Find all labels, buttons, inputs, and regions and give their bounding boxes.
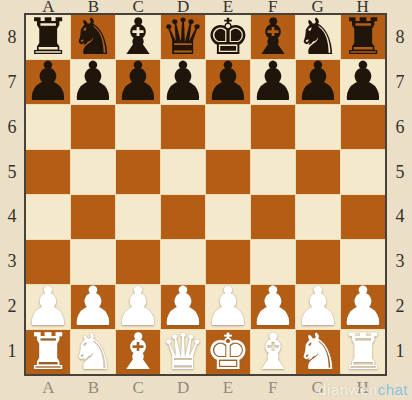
file-label-bottom-d: D: [161, 378, 206, 398]
rank-label-right-2: 2: [388, 284, 412, 329]
square-c5[interactable]: [116, 150, 160, 194]
square-d4[interactable]: [161, 195, 205, 239]
rank-label-left-3: 3: [0, 239, 24, 284]
square-g7[interactable]: ♟: [296, 60, 340, 104]
square-e7[interactable]: ♟: [206, 60, 250, 104]
square-b1[interactable]: ♞: [71, 330, 115, 374]
square-f4[interactable]: [251, 195, 295, 239]
square-f5[interactable]: [251, 150, 295, 194]
square-f7[interactable]: ♟: [251, 60, 295, 104]
square-h5[interactable]: [341, 150, 385, 194]
piece-black-pawn[interactable]: ♟: [69, 55, 117, 109]
square-c6[interactable]: [116, 105, 160, 149]
file-labels-bottom: A B C D E F G H: [26, 378, 385, 398]
file-label-bottom-f: F: [250, 378, 295, 398]
square-a1[interactable]: ♜: [26, 330, 70, 374]
rank-label-left-7: 7: [0, 60, 24, 105]
piece-black-pawn[interactable]: ♟: [294, 55, 342, 109]
rank-label-right-8: 8: [388, 15, 412, 60]
rank-label-right-4: 4: [388, 195, 412, 240]
square-d1[interactable]: ♛: [161, 330, 205, 374]
square-d7[interactable]: ♟: [161, 60, 205, 104]
rank-labels-right: 8 7 6 5 4 3 2 1: [388, 15, 412, 374]
square-h1[interactable]: ♜: [341, 330, 385, 374]
piece-white-knight[interactable]: ♞: [296, 327, 341, 377]
rank-label-right-1: 1: [388, 329, 412, 374]
rank-label-right-6: 6: [388, 105, 412, 150]
rank-label-right-5: 5: [388, 150, 412, 195]
rank-label-left-1: 1: [0, 329, 24, 374]
rank-label-left-4: 4: [0, 195, 24, 240]
piece-black-pawn[interactable]: ♟: [249, 55, 297, 109]
square-b4[interactable]: [71, 195, 115, 239]
square-e1[interactable]: ♚: [206, 330, 250, 374]
piece-black-pawn[interactable]: ♟: [204, 55, 252, 109]
square-a4[interactable]: [26, 195, 70, 239]
piece-white-rook[interactable]: ♜: [26, 327, 71, 377]
piece-black-pawn[interactable]: ♟: [159, 55, 207, 109]
square-f1[interactable]: ♝: [251, 330, 295, 374]
square-d6[interactable]: [161, 105, 205, 149]
square-f6[interactable]: [251, 105, 295, 149]
square-h4[interactable]: [341, 195, 385, 239]
square-a7[interactable]: ♟: [26, 60, 70, 104]
rank-label-left-8: 8: [0, 15, 24, 60]
piece-black-pawn[interactable]: ♟: [24, 55, 72, 109]
square-h6[interactable]: [341, 105, 385, 149]
rank-label-right-3: 3: [388, 239, 412, 284]
piece-white-bishop[interactable]: ♝: [116, 327, 161, 377]
square-g4[interactable]: [296, 195, 340, 239]
piece-white-bishop[interactable]: ♝: [251, 327, 296, 377]
square-a5[interactable]: [26, 150, 70, 194]
square-a6[interactable]: [26, 105, 70, 149]
rank-labels-left: 8 7 6 5 4 3 2 1: [0, 15, 24, 374]
square-b6[interactable]: [71, 105, 115, 149]
file-label-bottom-e: E: [206, 378, 251, 398]
board: ♜♞♝♛♚♝♞♜♟♟♟♟♟♟♟♟♟♟♟♟♟♟♟♟♜♞♝♛♚♝♞♜: [24, 13, 387, 376]
square-g5[interactable]: [296, 150, 340, 194]
square-h7[interactable]: ♟: [341, 60, 385, 104]
piece-white-knight[interactable]: ♞: [71, 327, 116, 377]
chessboard-diagram: A B C D E F G H 8 7 6 5 4 3 2 1 ♜♞♝♛♚♝♞♜…: [0, 0, 412, 400]
square-e4[interactable]: [206, 195, 250, 239]
square-d5[interactable]: [161, 150, 205, 194]
piece-black-pawn[interactable]: ♟: [339, 55, 387, 109]
rank-label-left-2: 2: [0, 284, 24, 329]
square-b7[interactable]: ♟: [71, 60, 115, 104]
square-e6[interactable]: [206, 105, 250, 149]
file-label-bottom-h: H: [340, 378, 385, 398]
piece-white-rook[interactable]: ♜: [341, 327, 386, 377]
square-c7[interactable]: ♟: [116, 60, 160, 104]
square-b5[interactable]: [71, 150, 115, 194]
rank-label-left-5: 5: [0, 150, 24, 195]
file-label-bottom-g: G: [295, 378, 340, 398]
rank-label-left-6: 6: [0, 105, 24, 150]
square-c1[interactable]: ♝: [116, 330, 160, 374]
file-label-bottom-a: A: [26, 378, 71, 398]
square-c4[interactable]: [116, 195, 160, 239]
square-e5[interactable]: [206, 150, 250, 194]
piece-black-pawn[interactable]: ♟: [114, 55, 162, 109]
piece-white-queen[interactable]: ♛: [161, 327, 206, 377]
file-label-bottom-c: C: [116, 378, 161, 398]
square-g6[interactable]: [296, 105, 340, 149]
piece-white-king[interactable]: ♚: [206, 327, 251, 377]
square-g1[interactable]: ♞: [296, 330, 340, 374]
file-label-bottom-b: B: [71, 378, 116, 398]
rank-label-right-7: 7: [388, 60, 412, 105]
